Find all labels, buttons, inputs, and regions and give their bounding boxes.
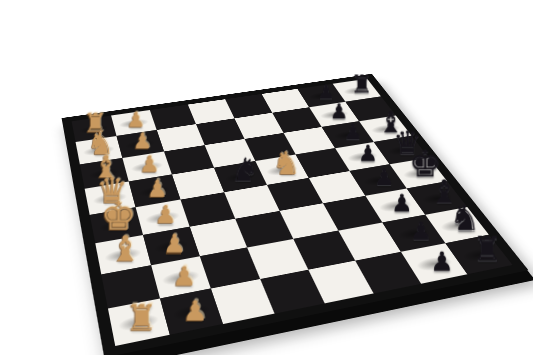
piece-white-pawn-f2[interactable]: ♟ xyxy=(163,231,186,257)
piece-white-knight-d5[interactable]: ♞ xyxy=(272,147,300,179)
piece-black-pawn-b7[interactable]: ♟ xyxy=(329,101,348,122)
chessboard-scene: ♜♟♟♜♞♟♟♝♟♟♝♛♟♞♞♟♛♚♟♟♚♝♟♟♝♟♟♞♜♟♟♜ xyxy=(0,0,533,355)
piece-black-pawn-e7[interactable]: ♟ xyxy=(373,166,394,189)
piece-black-pawn-c7[interactable]: ♟ xyxy=(343,121,362,142)
piece-black-knight-d4[interactable]: ♞ xyxy=(230,153,259,185)
piece-white-pawn-g2[interactable]: ♟ xyxy=(172,262,196,289)
piece-white-pawn-a2[interactable]: ♟ xyxy=(126,109,145,130)
piece-black-pawn-d7[interactable]: ♟ xyxy=(358,142,378,164)
piece-white-pawn-b2[interactable]: ♟ xyxy=(132,130,152,152)
piece-white-rook-h1[interactable]: ♜ xyxy=(125,300,157,336)
square-f1: ♝ xyxy=(95,235,151,274)
piece-white-pawn-c2[interactable]: ♟ xyxy=(139,152,159,175)
piece-white-pawn-d2[interactable]: ♟ xyxy=(146,176,167,200)
board-perspective-wrapper: ♜♟♟♜♞♟♟♝♟♟♝♛♟♞♞♟♛♚♟♟♚♝♟♟♝♟♟♞♜♟♟♜ xyxy=(61,73,528,355)
piece-black-rook-h8[interactable]: ♜ xyxy=(472,233,501,266)
piece-black-pawn-h7[interactable]: ♟ xyxy=(430,248,454,274)
piece-black-pawn-g7[interactable]: ♟ xyxy=(409,218,432,243)
piece-white-pawn-h2[interactable]: ♟ xyxy=(182,297,207,325)
chess-product-photo: ♜♟♟♜♞♟♟♝♟♟♝♛♟♞♞♟♛♚♟♟♚♝♟♟♝♟♟♞♜♟♟♜ xyxy=(0,0,533,355)
piece-white-bishop-f1[interactable]: ♝ xyxy=(109,231,140,266)
chess-board: ♜♟♟♜♞♟♟♝♟♟♝♛♟♞♞♟♛♚♟♟♚♝♟♟♝♟♟♞♜♟♟♜ xyxy=(61,73,528,355)
piece-white-pawn-e2[interactable]: ♟ xyxy=(154,203,176,228)
piece-black-pawn-f7[interactable]: ♟ xyxy=(391,191,413,215)
piece-black-rook-a8[interactable]: ♜ xyxy=(350,72,372,97)
